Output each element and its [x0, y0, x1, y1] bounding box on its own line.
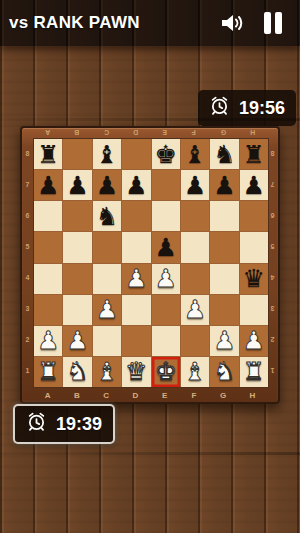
- square-d7[interactable]: ♟: [122, 170, 150, 200]
- white-knight: ♞: [213, 359, 235, 384]
- opponent-title: vs RANK PAWN: [0, 13, 140, 33]
- square-d6[interactable]: [122, 201, 150, 231]
- white-pawn: ♟: [184, 297, 206, 322]
- alarm-clock-icon: [209, 95, 230, 121]
- coord-label: 1: [22, 355, 33, 386]
- square-a4[interactable]: [34, 264, 62, 294]
- square-a1[interactable]: ♜: [34, 357, 62, 387]
- coord-label: 8: [22, 138, 33, 169]
- coord-label: 6: [22, 200, 33, 231]
- white-pawn: ♟: [125, 266, 147, 291]
- white-rook: ♜: [243, 359, 265, 384]
- square-c1[interactable]: ♝: [93, 357, 121, 387]
- square-b7[interactable]: ♟: [63, 170, 91, 200]
- coord-label: H: [238, 387, 267, 404]
- black-pawn: ♟: [125, 173, 147, 198]
- square-d2[interactable]: [122, 326, 150, 356]
- white-pawn: ♟: [66, 328, 88, 353]
- black-pawn: ♟: [184, 173, 206, 198]
- coord-label: G: [209, 387, 238, 404]
- black-pawn: ♟: [37, 173, 59, 198]
- black-pawn: ♟: [243, 173, 265, 198]
- square-b8[interactable]: [63, 139, 91, 169]
- square-e8[interactable]: ♚: [152, 139, 180, 169]
- square-e3[interactable]: [152, 295, 180, 325]
- black-queen: ♛: [243, 266, 265, 291]
- coord-label: C: [92, 387, 121, 404]
- coord-label: A: [33, 128, 62, 138]
- square-f4[interactable]: [181, 264, 209, 294]
- black-rook: ♜: [37, 142, 59, 167]
- coord-label: C: [92, 128, 121, 138]
- square-a6[interactable]: [34, 201, 62, 231]
- square-c8[interactable]: ♝: [93, 139, 121, 169]
- white-rook: ♜: [37, 359, 59, 384]
- square-e7[interactable]: [152, 170, 180, 200]
- black-bishop: ♝: [96, 142, 118, 167]
- square-f7[interactable]: ♟: [181, 170, 209, 200]
- square-b6[interactable]: [63, 201, 91, 231]
- pause-button[interactable]: [252, 0, 300, 46]
- coord-label: 3: [22, 293, 33, 324]
- square-d1[interactable]: ♛: [122, 357, 150, 387]
- file-labels-bottom: ABCDEFGH: [33, 387, 267, 404]
- square-c2[interactable]: [93, 326, 121, 356]
- coord-label: 2: [22, 324, 33, 355]
- speaker-icon[interactable]: [214, 0, 252, 46]
- player-time: 19:39: [56, 414, 102, 435]
- square-g6[interactable]: [210, 201, 238, 231]
- black-pawn: ♟: [96, 173, 118, 198]
- square-h8[interactable]: ♜: [240, 139, 268, 169]
- coord-label: B: [62, 387, 91, 404]
- square-h5[interactable]: [240, 232, 268, 262]
- white-pawn: ♟: [37, 328, 59, 353]
- file-labels-top: ABCDEFGH: [33, 128, 267, 138]
- coord-label: H: [238, 128, 267, 138]
- coord-label: D: [121, 128, 150, 138]
- square-g8[interactable]: ♞: [210, 139, 238, 169]
- black-knight: ♞: [213, 142, 235, 167]
- square-b5[interactable]: [63, 232, 91, 262]
- square-h2[interactable]: ♟: [240, 326, 268, 356]
- alarm-clock-icon: [26, 411, 47, 437]
- square-a2[interactable]: ♟: [34, 326, 62, 356]
- top-bar: vs RANK PAWN: [0, 0, 300, 46]
- opponent-time: 19:56: [239, 98, 285, 119]
- black-pawn: ♟: [213, 173, 235, 198]
- black-pawn: ♟: [154, 235, 176, 260]
- board-squares: ♜♝♚♝♞♜♟♟♟♟♟♟♟♞♟♟♟♛♟♟♟♟♟♟♜♞♝♛♚♝♞♜: [33, 138, 269, 388]
- coord-label: 5: [22, 231, 33, 262]
- black-rook: ♜: [243, 142, 265, 167]
- square-f2[interactable]: [181, 326, 209, 356]
- white-pawn: ♟: [154, 266, 176, 291]
- coord-label: 4: [22, 262, 33, 293]
- black-knight: ♞: [96, 204, 118, 229]
- square-c6[interactable]: ♞: [93, 201, 121, 231]
- coord-label: G: [209, 128, 238, 138]
- square-e5[interactable]: ♟: [152, 232, 180, 262]
- white-bishop: ♝: [96, 359, 118, 384]
- white-pawn: ♟: [243, 328, 265, 353]
- white-king: ♚: [154, 359, 176, 384]
- square-b4[interactable]: [63, 264, 91, 294]
- white-pawn: ♟: [96, 297, 118, 322]
- square-g5[interactable]: [210, 232, 238, 262]
- square-e4[interactable]: ♟: [152, 264, 180, 294]
- coord-label: B: [62, 128, 91, 138]
- square-g7[interactable]: ♟: [210, 170, 238, 200]
- square-h6[interactable]: [240, 201, 268, 231]
- white-pawn: ♟: [213, 328, 235, 353]
- square-a7[interactable]: ♟: [34, 170, 62, 200]
- square-b1[interactable]: ♞: [63, 357, 91, 387]
- square-h3[interactable]: [240, 295, 268, 325]
- square-a3[interactable]: [34, 295, 62, 325]
- square-f6[interactable]: [181, 201, 209, 231]
- square-d4[interactable]: ♟: [122, 264, 150, 294]
- square-g4[interactable]: [210, 264, 238, 294]
- app-root: vs RANK PAWN 19:56 A: [0, 0, 300, 533]
- coord-label: A: [33, 387, 62, 404]
- square-e6[interactable]: [152, 201, 180, 231]
- square-g3[interactable]: [210, 295, 238, 325]
- wood-seam: [0, 452, 300, 455]
- square-f8[interactable]: ♝: [181, 139, 209, 169]
- square-d3[interactable]: [122, 295, 150, 325]
- black-king: ♚: [154, 142, 176, 167]
- opponent-timer: 19:56: [198, 90, 296, 126]
- coord-label: E: [150, 128, 179, 138]
- square-h1[interactable]: ♜: [240, 357, 268, 387]
- square-g2[interactable]: ♟: [210, 326, 238, 356]
- square-a8[interactable]: ♜: [34, 139, 62, 169]
- coord-label: E: [150, 387, 179, 404]
- square-f3[interactable]: ♟: [181, 295, 209, 325]
- square-e2[interactable]: [152, 326, 180, 356]
- white-bishop: ♝: [184, 359, 206, 384]
- square-h7[interactable]: ♟: [240, 170, 268, 200]
- player-timer: 19:39: [13, 404, 115, 444]
- square-f5[interactable]: [181, 232, 209, 262]
- square-c4[interactable]: [93, 264, 121, 294]
- coord-label: 7: [22, 169, 33, 200]
- square-h4[interactable]: ♛: [240, 264, 268, 294]
- square-g1[interactable]: ♞: [210, 357, 238, 387]
- square-d8[interactable]: [122, 139, 150, 169]
- white-queen: ♛: [125, 359, 147, 384]
- square-c5[interactable]: [93, 232, 121, 262]
- coord-label: D: [121, 387, 150, 404]
- square-c3[interactable]: ♟: [93, 295, 121, 325]
- black-pawn: ♟: [66, 173, 88, 198]
- square-b2[interactable]: ♟: [63, 326, 91, 356]
- rank-labels-left: 87654321: [22, 138, 33, 386]
- square-c7[interactable]: ♟: [93, 170, 121, 200]
- coord-label: F: [179, 387, 208, 404]
- square-d5[interactable]: [122, 232, 150, 262]
- square-e1[interactable]: ♚: [152, 357, 180, 387]
- square-f1[interactable]: ♝: [181, 357, 209, 387]
- square-a5[interactable]: [34, 232, 62, 262]
- black-bishop: ♝: [184, 142, 206, 167]
- chess-board: ABCDEFGH 87654321 87654321 ABCDEFGH ♜♝♚♝…: [20, 126, 280, 404]
- white-knight: ♞: [66, 359, 88, 384]
- coord-label: F: [179, 128, 208, 138]
- square-b3[interactable]: [63, 295, 91, 325]
